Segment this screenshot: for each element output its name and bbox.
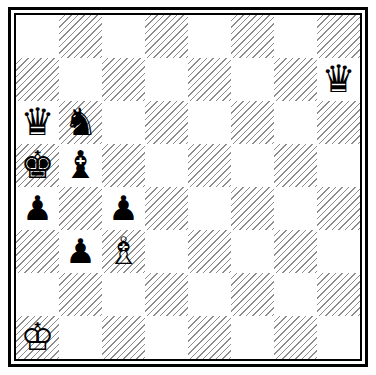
black-knight: ♞ bbox=[63, 101, 97, 144]
square-d5 bbox=[145, 144, 188, 187]
square-e4 bbox=[188, 187, 231, 230]
square-h7: ♛ bbox=[317, 58, 360, 101]
square-d6 bbox=[145, 101, 188, 144]
square-c4: ♟ bbox=[102, 187, 145, 230]
square-f2 bbox=[231, 273, 274, 316]
square-c3: ♗ bbox=[102, 230, 145, 273]
square-b4 bbox=[59, 187, 102, 230]
square-f1 bbox=[231, 316, 274, 359]
square-b1 bbox=[59, 316, 102, 359]
square-e1 bbox=[188, 316, 231, 359]
square-d3 bbox=[145, 230, 188, 273]
square-h1 bbox=[317, 316, 360, 359]
square-h6 bbox=[317, 101, 360, 144]
square-f7 bbox=[231, 58, 274, 101]
square-f4 bbox=[231, 187, 274, 230]
square-f5 bbox=[231, 144, 274, 187]
square-d7 bbox=[145, 58, 188, 101]
square-c1 bbox=[102, 316, 145, 359]
square-c7 bbox=[102, 58, 145, 101]
square-g7 bbox=[274, 58, 317, 101]
square-g1 bbox=[274, 316, 317, 359]
black-pawn: ♟ bbox=[65, 230, 95, 273]
square-c6 bbox=[102, 101, 145, 144]
square-g3 bbox=[274, 230, 317, 273]
square-b5: ♝ bbox=[59, 144, 102, 187]
board-frame: ♛♛♞♚♝♟♟♟♗♔ bbox=[8, 7, 368, 367]
square-f6 bbox=[231, 101, 274, 144]
chess-diagram-page: ♛♛♞♚♝♟♟♟♗♔ bbox=[0, 0, 376, 375]
square-f3 bbox=[231, 230, 274, 273]
square-h5 bbox=[317, 144, 360, 187]
square-a8 bbox=[16, 15, 59, 58]
square-a5: ♚ bbox=[16, 144, 59, 187]
square-e7 bbox=[188, 58, 231, 101]
square-g2 bbox=[274, 273, 317, 316]
square-c2 bbox=[102, 273, 145, 316]
square-d4 bbox=[145, 187, 188, 230]
square-b2 bbox=[59, 273, 102, 316]
square-e2 bbox=[188, 273, 231, 316]
square-e6 bbox=[188, 101, 231, 144]
square-h8 bbox=[317, 15, 360, 58]
square-h4 bbox=[317, 187, 360, 230]
black-king: ♚ bbox=[20, 144, 54, 187]
square-d1 bbox=[145, 316, 188, 359]
square-f8 bbox=[231, 15, 274, 58]
square-c5 bbox=[102, 144, 145, 187]
square-a4: ♟ bbox=[16, 187, 59, 230]
square-a3 bbox=[16, 230, 59, 273]
square-d2 bbox=[145, 273, 188, 316]
chess-board: ♛♛♞♚♝♟♟♟♗♔ bbox=[14, 13, 362, 361]
square-c8 bbox=[102, 15, 145, 58]
square-h3 bbox=[317, 230, 360, 273]
square-h2 bbox=[317, 273, 360, 316]
square-g6 bbox=[274, 101, 317, 144]
square-a1: ♔ bbox=[16, 316, 59, 359]
square-b7 bbox=[59, 58, 102, 101]
square-g8 bbox=[274, 15, 317, 58]
square-g5 bbox=[274, 144, 317, 187]
square-b6: ♞ bbox=[59, 101, 102, 144]
square-d8 bbox=[145, 15, 188, 58]
square-b8 bbox=[59, 15, 102, 58]
black-bishop: ♝ bbox=[63, 144, 97, 187]
square-b3: ♟ bbox=[59, 230, 102, 273]
square-g4 bbox=[274, 187, 317, 230]
square-e3 bbox=[188, 230, 231, 273]
square-e5 bbox=[188, 144, 231, 187]
white-king: ♔ bbox=[20, 316, 54, 359]
square-a7 bbox=[16, 58, 59, 101]
square-a6: ♛ bbox=[16, 101, 59, 144]
square-e8 bbox=[188, 15, 231, 58]
black-queen: ♛ bbox=[20, 101, 54, 144]
black-pawn: ♟ bbox=[108, 187, 138, 230]
square-a2 bbox=[16, 273, 59, 316]
black-pawn: ♟ bbox=[22, 187, 52, 230]
black-queen: ♛ bbox=[321, 58, 355, 101]
white-bishop: ♗ bbox=[106, 230, 140, 273]
